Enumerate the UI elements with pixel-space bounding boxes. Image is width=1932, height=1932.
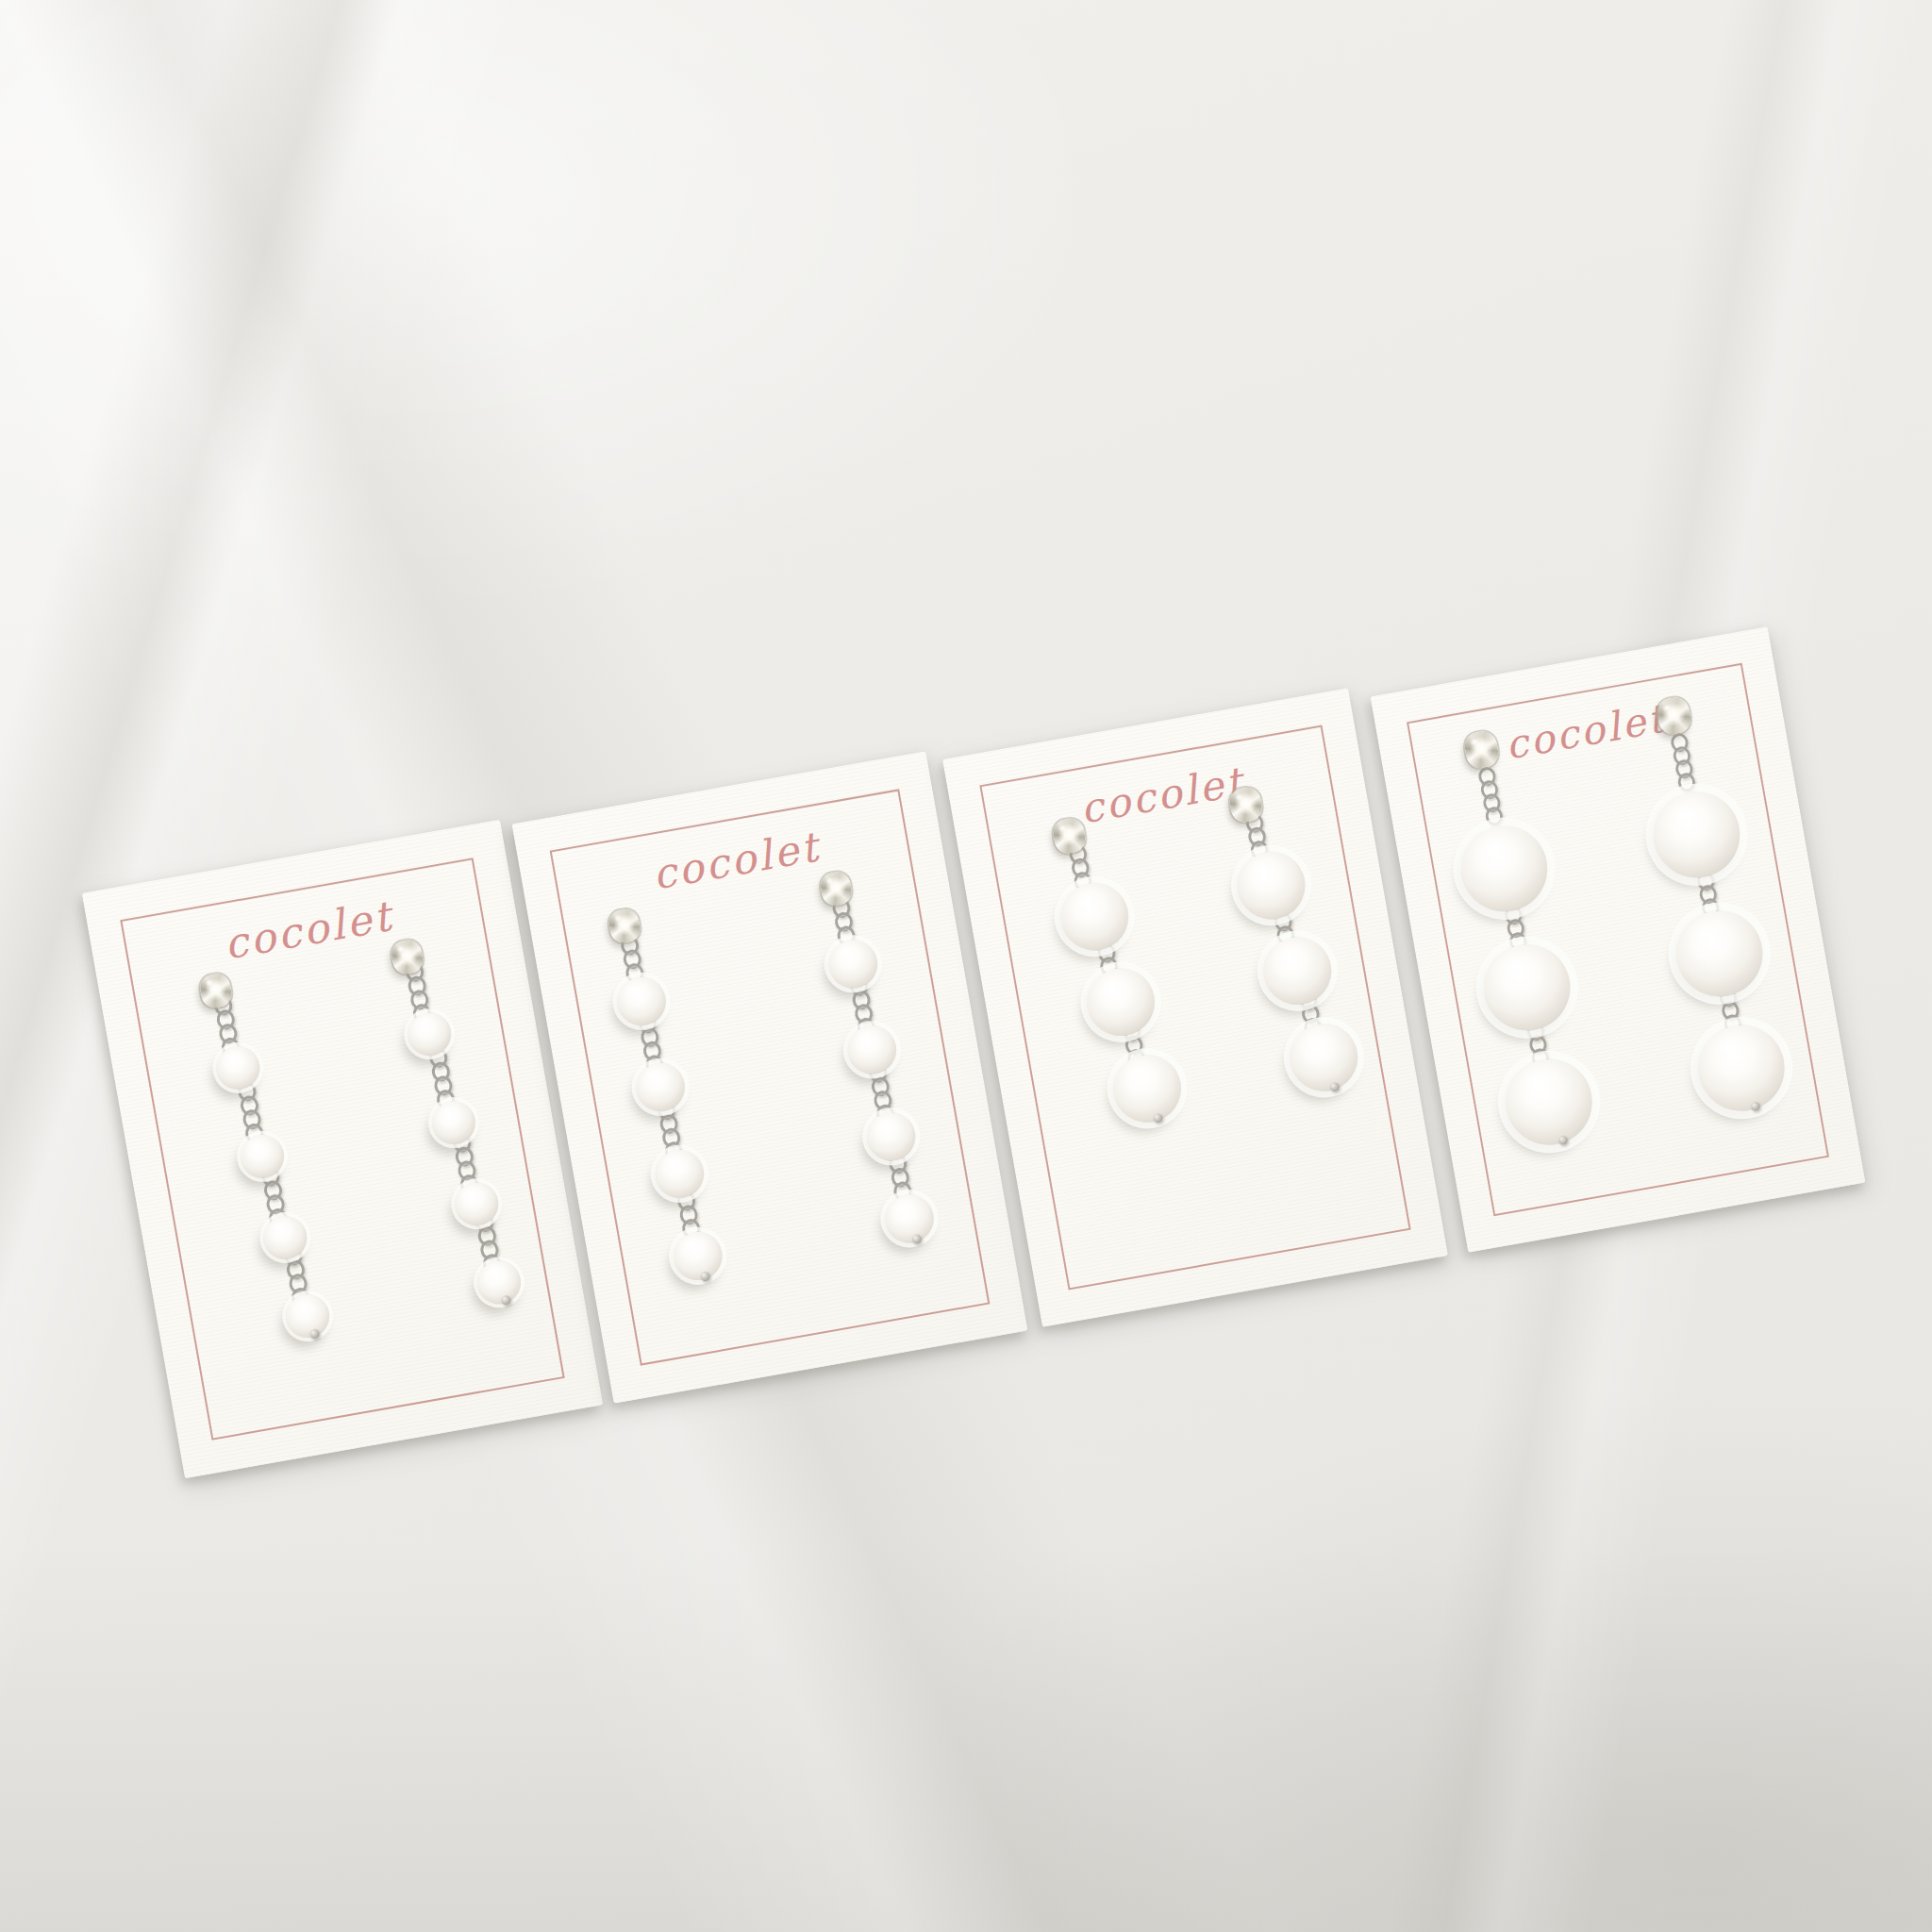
pearl-bead: [428, 1097, 478, 1147]
display-card-3: cocolet: [942, 688, 1448, 1327]
display-card-4: cocolet: [1371, 626, 1866, 1253]
pearl-bead: [825, 936, 882, 992]
pearl-bead: [844, 1022, 901, 1078]
chain-link-ring: [1484, 806, 1504, 827]
pearl-bead: [474, 1257, 524, 1307]
pearl-bead: [1232, 846, 1310, 924]
photo-scene: cocolet cocolet cocolet cocolet: [0, 0, 1932, 1932]
display-card-2: cocolet: [511, 751, 1027, 1404]
pearl-pin: [1750, 1101, 1760, 1111]
pearl-pin: [1329, 1082, 1340, 1092]
pearl-bead: [452, 1179, 502, 1229]
chain-link-ring: [1676, 772, 1696, 793]
pearl-bead: [405, 1008, 455, 1058]
pearl-bead: [1670, 904, 1770, 1004]
pearl-bead: [863, 1108, 920, 1165]
display-card-1: cocolet: [82, 820, 604, 1479]
pearl-bead: [1647, 785, 1747, 885]
pearl-bead: [881, 1191, 938, 1247]
pearl-bead: [1285, 1018, 1363, 1096]
chain-link: [1670, 732, 1697, 793]
pearl-bead: [1691, 1018, 1791, 1118]
pearl-bead: [1258, 932, 1337, 1010]
pearl-pin: [500, 1295, 511, 1307]
